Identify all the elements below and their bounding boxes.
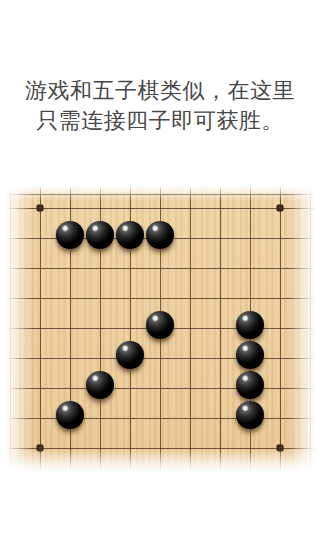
instruction-line-1: 游戏和五子棋类似，在这里 xyxy=(3,76,318,106)
board-cell[interactable] xyxy=(3,193,25,223)
board-cell[interactable] xyxy=(145,313,175,343)
board-cell[interactable] xyxy=(3,253,25,283)
board-cell[interactable] xyxy=(115,433,145,463)
board-cell[interactable] xyxy=(85,343,115,373)
black-stone xyxy=(236,311,264,339)
board-cell[interactable] xyxy=(175,373,205,403)
board-cell[interactable] xyxy=(265,223,295,253)
board-cell[interactable] xyxy=(265,193,295,223)
board-cell[interactable] xyxy=(205,253,235,283)
board-cell[interactable] xyxy=(205,283,235,313)
board-cell[interactable] xyxy=(115,343,145,373)
board-cell[interactable] xyxy=(25,283,55,313)
board-cell[interactable] xyxy=(3,283,25,313)
board-cell[interactable] xyxy=(3,433,25,463)
board-cell[interactable] xyxy=(145,403,175,433)
board-cell[interactable] xyxy=(295,283,318,313)
board-cell[interactable] xyxy=(235,193,265,223)
board-cell[interactable] xyxy=(85,403,115,433)
board-cell[interactable] xyxy=(3,403,25,433)
board-cell[interactable] xyxy=(205,373,235,403)
board-cell[interactable] xyxy=(295,343,318,373)
board-cell[interactable] xyxy=(25,223,55,253)
board-cell[interactable] xyxy=(205,313,235,343)
board-cell[interactable] xyxy=(295,313,318,343)
board-cell[interactable] xyxy=(265,403,295,433)
board-cell[interactable] xyxy=(115,193,145,223)
board-cell[interactable] xyxy=(25,343,55,373)
board-cell[interactable] xyxy=(145,343,175,373)
board-cell[interactable] xyxy=(265,283,295,313)
stones-layer xyxy=(3,193,318,463)
black-stone xyxy=(116,221,144,249)
board-cell[interactable] xyxy=(85,373,115,403)
board-cell[interactable] xyxy=(235,253,265,283)
board-cell[interactable] xyxy=(145,193,175,223)
board-cell[interactable] xyxy=(235,373,265,403)
board-cell[interactable] xyxy=(115,373,145,403)
board-cell[interactable] xyxy=(235,283,265,313)
tutorial-screen: 游戏和五子棋类似，在这里 只需连接四子即可获胜。 xyxy=(3,0,318,560)
board-cell[interactable] xyxy=(25,403,55,433)
board-cell[interactable] xyxy=(175,313,205,343)
black-stone xyxy=(236,341,264,369)
black-stone xyxy=(146,311,174,339)
board-cell[interactable] xyxy=(145,283,175,313)
black-stone xyxy=(236,371,264,399)
board-cell[interactable] xyxy=(145,223,175,253)
board-cell[interactable] xyxy=(175,253,205,283)
board-cell[interactable] xyxy=(3,373,25,403)
board-cell[interactable] xyxy=(55,283,85,313)
board-cell[interactable] xyxy=(145,253,175,283)
board-cell[interactable] xyxy=(55,373,85,403)
board-cell[interactable] xyxy=(265,373,295,403)
board-cell[interactable] xyxy=(175,343,205,373)
black-stone xyxy=(116,341,144,369)
board-cell[interactable] xyxy=(175,283,205,313)
black-stone xyxy=(56,221,84,249)
board-cell[interactable] xyxy=(3,313,25,343)
board-cell[interactable] xyxy=(115,283,145,313)
game-board xyxy=(6,187,315,471)
board-cell[interactable] xyxy=(3,343,25,373)
black-stone xyxy=(56,401,84,429)
board-cell[interactable] xyxy=(25,253,55,283)
board-cell[interactable] xyxy=(235,223,265,253)
board-cell[interactable] xyxy=(265,433,295,463)
board-cell[interactable] xyxy=(115,253,145,283)
board-cell[interactable] xyxy=(85,283,115,313)
board-cell[interactable] xyxy=(25,373,55,403)
board-cell[interactable] xyxy=(235,403,265,433)
board-cell[interactable] xyxy=(295,433,318,463)
black-stone xyxy=(86,371,114,399)
board-cell[interactable] xyxy=(85,433,115,463)
board-cell[interactable] xyxy=(265,343,295,373)
black-stone xyxy=(86,221,114,249)
board-cell[interactable] xyxy=(85,313,115,343)
board-cell[interactable] xyxy=(295,373,318,403)
board-cell[interactable] xyxy=(265,313,295,343)
board-cell[interactable] xyxy=(235,343,265,373)
instruction-text: 游戏和五子棋类似，在这里 只需连接四子即可获胜。 xyxy=(3,76,318,136)
instruction-line-2: 只需连接四子即可获胜。 xyxy=(3,106,318,136)
board-cell[interactable] xyxy=(145,373,175,403)
board-cell[interactable] xyxy=(3,223,25,253)
board-cell[interactable] xyxy=(55,433,85,463)
board-cell[interactable] xyxy=(295,193,318,223)
board-cell[interactable] xyxy=(115,313,145,343)
board-cell[interactable] xyxy=(115,223,145,253)
board-cell[interactable] xyxy=(55,193,85,223)
board-cell[interactable] xyxy=(55,343,85,373)
board-cell[interactable] xyxy=(85,253,115,283)
board-cell[interactable] xyxy=(55,253,85,283)
board-cell[interactable] xyxy=(205,223,235,253)
board-cell[interactable] xyxy=(85,193,115,223)
board-cell[interactable] xyxy=(55,313,85,343)
board-cell[interactable] xyxy=(115,403,145,433)
board-cell[interactable] xyxy=(25,313,55,343)
board-cell[interactable] xyxy=(175,433,205,463)
board-cell[interactable] xyxy=(235,433,265,463)
board-cell[interactable] xyxy=(205,193,235,223)
board-cell[interactable] xyxy=(175,223,205,253)
board-cell[interactable] xyxy=(205,343,235,373)
board-cell[interactable] xyxy=(55,223,85,253)
board-cell[interactable] xyxy=(55,403,85,433)
board-cell[interactable] xyxy=(295,403,318,433)
board-cell[interactable] xyxy=(295,253,318,283)
board-cell[interactable] xyxy=(295,223,318,253)
board-cell[interactable] xyxy=(145,433,175,463)
board-cell[interactable] xyxy=(235,313,265,343)
board-cell[interactable] xyxy=(175,403,205,433)
board-cell[interactable] xyxy=(205,433,235,463)
black-stone xyxy=(146,221,174,249)
board-cell[interactable] xyxy=(205,403,235,433)
board-cell[interactable] xyxy=(25,433,55,463)
board-cell[interactable] xyxy=(25,193,55,223)
board-cell[interactable] xyxy=(265,253,295,283)
black-stone xyxy=(236,401,264,429)
board-cell[interactable] xyxy=(85,223,115,253)
board-cell[interactable] xyxy=(175,193,205,223)
